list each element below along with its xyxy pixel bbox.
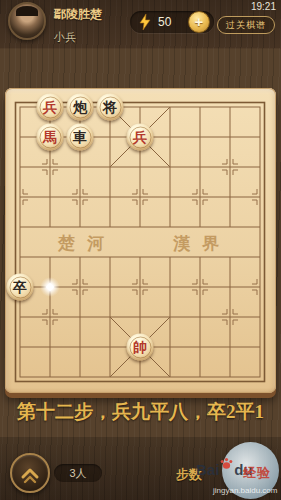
watermark-badge: 经验 (243, 464, 271, 482)
game-screen: 鄢陵胜楚 小兵 50 + 过关棋谱 19:21 楚河 漢界 兵炮将馬車兵卒帥 第… (0, 0, 281, 500)
lightning-icon (139, 14, 151, 34)
piece-red-soldier[interactable]: 兵 (37, 94, 64, 121)
watermark-url: jingyan.baidu.com (213, 486, 277, 495)
piece-red-general[interactable]: 帥 (127, 334, 154, 361)
status-clock: 19:21 (251, 1, 276, 12)
river-label-right: 漢界 (173, 232, 231, 255)
players-count[interactable]: 3人 (54, 464, 102, 482)
avatar[interactable] (8, 2, 46, 40)
player-rank: 小兵 (54, 30, 76, 45)
paw-icon (220, 455, 233, 472)
piece-black-soldier[interactable]: 卒 (7, 274, 34, 301)
piece-black-chariot[interactable]: 車 (67, 124, 94, 151)
piece-black-general[interactable]: 将 (97, 94, 124, 121)
move-caption: 第十二步，兵九平八，卒2平1 (0, 399, 281, 425)
add-energy-button[interactable]: + (188, 11, 210, 33)
river-label-left: 楚河 (58, 232, 116, 255)
expand-button[interactable] (10, 453, 50, 493)
energy-value: 50 (158, 15, 171, 29)
top-bar: 鄢陵胜楚 小兵 50 + 过关棋谱 19:21 (0, 0, 281, 48)
level-name: 鄢陵胜楚 (54, 6, 102, 23)
piece-black-cannon[interactable]: 炮 (67, 94, 94, 121)
records-button[interactable]: 过关棋谱 (217, 16, 275, 34)
piece-red-horse[interactable]: 馬 (37, 124, 64, 151)
piece-red-soldier[interactable]: 兵 (127, 124, 154, 151)
last-move-marker (40, 277, 60, 297)
